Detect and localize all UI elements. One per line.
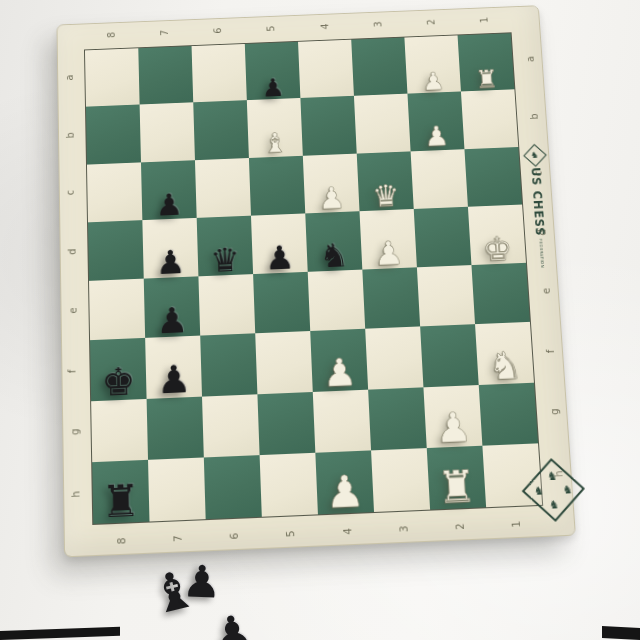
label-bottom-rank-8: 8 xyxy=(115,537,126,544)
square-h6[interactable] xyxy=(204,455,262,519)
chess-board: ♟♟♜♝♟♟♟♛♟♛♟♞♟♚♟♚♟♟♞♟♜♟♜ 8877665544332211… xyxy=(57,6,574,556)
square-h7[interactable] xyxy=(148,457,206,521)
square-h3[interactable] xyxy=(371,448,430,512)
black-knight-d4[interactable]: ♞ xyxy=(319,239,350,273)
square-d3[interactable]: ♟ xyxy=(359,209,416,270)
square-h5[interactable] xyxy=(260,453,318,517)
square-e7[interactable]: ♟ xyxy=(144,276,200,338)
label-bottom-rank-6: 6 xyxy=(228,533,239,540)
label-top-rank-8: 8 xyxy=(105,32,116,38)
square-g5[interactable] xyxy=(257,391,315,454)
square-a3[interactable] xyxy=(351,38,407,96)
label-right-file-e: e xyxy=(540,288,551,295)
square-d2[interactable] xyxy=(414,207,472,268)
square-e8[interactable] xyxy=(89,279,145,341)
label-left-file-c: c xyxy=(65,190,76,196)
black-rook-h8[interactable]: ♜ xyxy=(101,479,141,525)
square-c2[interactable] xyxy=(411,149,468,209)
label-left-file-d: d xyxy=(66,248,77,255)
square-h2[interactable]: ♜ xyxy=(427,445,486,509)
square-c7[interactable]: ♟ xyxy=(141,160,197,220)
square-b5[interactable]: ♝ xyxy=(247,98,303,157)
white-knight-f1[interactable]: ♞ xyxy=(487,346,524,385)
white-pawn-c4[interactable]: ♟ xyxy=(318,183,347,214)
label-left-file-b: b xyxy=(65,132,76,138)
knight-diamond-icon: ♞ xyxy=(523,144,547,167)
black-pawn-f7[interactable]: ♟ xyxy=(156,360,191,400)
white-pawn-d3[interactable]: ♟ xyxy=(373,237,404,271)
black-queen-d6[interactable]: ♛ xyxy=(210,243,241,277)
square-c8[interactable] xyxy=(87,162,142,222)
square-h8[interactable]: ♜ xyxy=(92,460,149,524)
white-bishop-b5[interactable]: ♝ xyxy=(262,130,288,158)
square-e3[interactable] xyxy=(362,267,420,329)
white-pawn-h4[interactable]: ♟ xyxy=(325,470,366,516)
uschess-wordmark: US CHESS xyxy=(528,167,547,237)
square-a6[interactable] xyxy=(192,44,247,103)
label-top-rank-3: 3 xyxy=(372,21,383,27)
square-e1[interactable] xyxy=(471,263,529,325)
square-d6[interactable]: ♛ xyxy=(197,215,253,276)
square-b8[interactable] xyxy=(86,105,141,164)
square-c5[interactable] xyxy=(249,155,305,215)
label-right-file-g: g xyxy=(548,408,560,415)
label-top-rank-7: 7 xyxy=(159,30,170,36)
square-a4[interactable] xyxy=(298,40,354,99)
captured-black-piece-3[interactable]: ♟ xyxy=(209,607,256,640)
black-king-f8[interactable]: ♚ xyxy=(101,362,136,402)
square-f6[interactable] xyxy=(200,334,257,397)
black-pawn-c7[interactable]: ♟ xyxy=(155,190,183,221)
square-g2[interactable]: ♟ xyxy=(423,385,482,448)
label-right-file-b: b xyxy=(528,113,539,119)
label-bottom-rank-3: 3 xyxy=(398,525,410,532)
label-bottom-rank-2: 2 xyxy=(454,523,466,530)
square-e6[interactable] xyxy=(198,274,255,336)
square-b4[interactable] xyxy=(300,96,356,155)
square-f4[interactable]: ♟ xyxy=(310,329,368,392)
square-a5[interactable]: ♟ xyxy=(245,42,301,101)
label-top-rank-6: 6 xyxy=(212,27,223,33)
label-left-file-a: a xyxy=(64,75,75,81)
federation-text: FEDERATION xyxy=(538,238,545,268)
square-g8[interactable] xyxy=(91,398,148,461)
square-g4[interactable] xyxy=(313,389,371,452)
white-pawn-f4[interactable]: ♟ xyxy=(322,353,358,393)
board-field: ♟♟♜♝♟♟♟♛♟♛♟♞♟♚♟♚♟♟♞♟♜♟♜ xyxy=(84,32,543,525)
label-left-file-f: f xyxy=(67,369,78,373)
square-a2[interactable]: ♟ xyxy=(404,35,461,93)
square-b3[interactable] xyxy=(354,94,411,153)
square-a7[interactable] xyxy=(138,46,193,105)
square-g7[interactable] xyxy=(147,396,204,459)
white-queen-c3[interactable]: ♛ xyxy=(372,181,401,212)
square-f7[interactable]: ♟ xyxy=(145,336,202,399)
square-e5[interactable] xyxy=(253,272,310,334)
label-left-file-e: e xyxy=(67,308,78,315)
black-pawn-d7[interactable]: ♟ xyxy=(155,246,185,280)
square-d7[interactable]: ♟ xyxy=(142,218,198,279)
label-left-file-g: g xyxy=(69,429,80,436)
square-f2[interactable] xyxy=(420,324,479,386)
board-border: ♟♟♜♝♟♟♟♛♟♛♟♞♟♚♟♚♟♟♞♟♜♟♜ 8877665544332211… xyxy=(57,6,574,556)
white-pawn-b2[interactable]: ♟ xyxy=(424,123,450,151)
square-d5[interactable]: ♟ xyxy=(251,213,308,274)
black-pawn-a5[interactable]: ♟ xyxy=(261,76,285,101)
square-d8[interactable] xyxy=(88,220,144,281)
label-top-rank-5: 5 xyxy=(265,25,276,31)
square-e4[interactable] xyxy=(308,270,365,332)
square-g6[interactable] xyxy=(202,394,260,457)
square-f8[interactable]: ♚ xyxy=(90,338,147,401)
square-d1[interactable]: ♚ xyxy=(468,204,526,265)
square-a8[interactable] xyxy=(85,48,140,107)
label-bottom-rank-5: 5 xyxy=(285,530,297,537)
label-right-file-a: a xyxy=(524,56,535,62)
square-c1[interactable] xyxy=(464,147,522,207)
square-f1[interactable]: ♞ xyxy=(475,322,534,384)
label-top-rank-1: 1 xyxy=(479,17,490,23)
square-g3[interactable] xyxy=(368,387,427,450)
square-f5[interactable] xyxy=(255,331,313,394)
square-c4[interactable]: ♟ xyxy=(303,153,360,213)
square-c3[interactable]: ♛ xyxy=(357,151,414,211)
label-left-file-h: h xyxy=(70,490,81,497)
label-top-rank-2: 2 xyxy=(425,19,436,25)
white-king-d1[interactable]: ♚ xyxy=(482,232,514,266)
square-c6[interactable] xyxy=(195,158,251,218)
square-f3[interactable] xyxy=(365,327,423,389)
label-bottom-rank-4: 4 xyxy=(341,528,353,535)
label-right-file-f: f xyxy=(546,349,557,353)
square-g1[interactable] xyxy=(479,382,538,445)
square-h4[interactable]: ♟ xyxy=(315,450,374,514)
label-top-rank-4: 4 xyxy=(319,23,330,29)
white-pawn-g2[interactable]: ♟ xyxy=(434,406,473,449)
square-b7[interactable] xyxy=(140,103,195,162)
white-rook-h2[interactable]: ♜ xyxy=(436,465,478,511)
white-pawn-a2[interactable]: ♟ xyxy=(422,69,446,94)
square-b6[interactable] xyxy=(193,100,249,159)
square-d4[interactable]: ♞ xyxy=(305,211,362,272)
white-rook-a1[interactable]: ♜ xyxy=(475,67,499,92)
captured-black-piece-2[interactable]: ♟ xyxy=(181,559,222,604)
bottom-right-shadow xyxy=(602,626,640,640)
label-bottom-rank-7: 7 xyxy=(172,535,183,542)
square-a1[interactable]: ♜ xyxy=(458,33,515,91)
square-e2[interactable] xyxy=(417,265,475,327)
square-b2[interactable]: ♟ xyxy=(407,92,464,151)
black-pawn-d5[interactable]: ♟ xyxy=(264,241,295,275)
label-bottom-rank-1: 1 xyxy=(511,521,523,528)
black-pawn-e7[interactable]: ♟ xyxy=(156,302,189,339)
square-b1[interactable] xyxy=(461,90,518,149)
